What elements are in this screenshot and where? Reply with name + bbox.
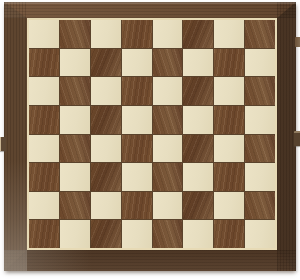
square-d5[interactable]	[122, 106, 152, 134]
maple-inlay-border	[27, 18, 277, 250]
square-h5[interactable]	[245, 106, 275, 134]
square-h8[interactable]	[245, 20, 275, 48]
square-f2[interactable]	[183, 192, 213, 220]
square-c8[interactable]	[91, 20, 121, 48]
square-g6[interactable]	[214, 77, 244, 105]
product-photo	[0, 0, 300, 280]
square-d3[interactable]	[122, 163, 152, 191]
square-d6[interactable]	[122, 77, 152, 105]
square-b2[interactable]	[60, 192, 90, 220]
square-e6[interactable]	[153, 77, 183, 105]
frame-grain-top	[4, 2, 296, 18]
square-c1[interactable]	[91, 220, 121, 248]
square-b4[interactable]	[60, 135, 90, 163]
square-b5[interactable]	[60, 106, 90, 134]
square-e3[interactable]	[153, 163, 183, 191]
square-c5[interactable]	[91, 106, 121, 134]
square-e5[interactable]	[153, 106, 183, 134]
square-h4[interactable]	[245, 135, 275, 163]
chessboard-frame	[4, 2, 296, 271]
frame-tint-left	[4, 141, 27, 271]
square-d8[interactable]	[122, 20, 152, 48]
square-h7[interactable]	[245, 49, 275, 77]
square-g1[interactable]	[214, 220, 244, 248]
square-e4[interactable]	[153, 135, 183, 163]
square-g3[interactable]	[214, 163, 244, 191]
square-d7[interactable]	[122, 49, 152, 77]
square-d2[interactable]	[122, 192, 152, 220]
square-c7[interactable]	[91, 49, 121, 77]
square-a1[interactable]	[29, 220, 59, 248]
square-b6[interactable]	[60, 77, 90, 105]
square-f8[interactable]	[183, 20, 213, 48]
square-a3[interactable]	[29, 163, 59, 191]
square-b7[interactable]	[60, 49, 90, 77]
square-f7[interactable]	[183, 49, 213, 77]
frame-grain-left	[4, 2, 27, 271]
square-d4[interactable]	[122, 135, 152, 163]
square-f5[interactable]	[183, 106, 213, 134]
square-g4[interactable]	[214, 135, 244, 163]
square-f4[interactable]	[183, 135, 213, 163]
square-c2[interactable]	[91, 192, 121, 220]
square-c3[interactable]	[91, 163, 121, 191]
frame-edge-highlight	[4, 2, 296, 4]
square-b1[interactable]	[60, 220, 90, 248]
frame-grain-bottom	[4, 250, 296, 271]
square-h6[interactable]	[245, 77, 275, 105]
square-e2[interactable]	[153, 192, 183, 220]
right-clasp-lower	[294, 131, 300, 146]
left-hinge-tab	[0, 137, 6, 151]
frame-tint-bottom	[4, 250, 114, 271]
square-f1[interactable]	[183, 220, 213, 248]
chessboard	[29, 20, 275, 248]
square-c6[interactable]	[91, 77, 121, 105]
square-h3[interactable]	[245, 163, 275, 191]
square-f6[interactable]	[183, 77, 213, 105]
square-c4[interactable]	[91, 135, 121, 163]
square-b3[interactable]	[60, 163, 90, 191]
square-h1[interactable]	[245, 220, 275, 248]
square-d1[interactable]	[122, 220, 152, 248]
square-a4[interactable]	[29, 135, 59, 163]
square-e1[interactable]	[153, 220, 183, 248]
square-g2[interactable]	[214, 192, 244, 220]
square-e8[interactable]	[153, 20, 183, 48]
square-e7[interactable]	[153, 49, 183, 77]
square-h2[interactable]	[245, 192, 275, 220]
square-a2[interactable]	[29, 192, 59, 220]
square-b8[interactable]	[60, 20, 90, 48]
square-f3[interactable]	[183, 163, 213, 191]
square-g5[interactable]	[214, 106, 244, 134]
square-a8[interactable]	[29, 20, 59, 48]
square-a6[interactable]	[29, 77, 59, 105]
square-g7[interactable]	[214, 49, 244, 77]
square-g8[interactable]	[214, 20, 244, 48]
right-clasp-upper	[295, 37, 300, 47]
square-a5[interactable]	[29, 106, 59, 134]
square-a7[interactable]	[29, 49, 59, 77]
